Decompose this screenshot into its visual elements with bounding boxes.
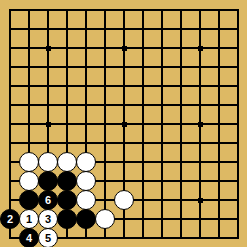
white-stone [76, 190, 96, 210]
black-stone [57, 209, 77, 229]
black-stone-move-4: 4 [19, 228, 39, 247]
black-stone [76, 209, 96, 229]
black-stone [19, 190, 39, 210]
star-point [46, 46, 51, 51]
go-board-diagram: 621345 [0, 0, 247, 247]
grid-line-vertical [218, 10, 220, 238]
white-stone-move-1: 1 [19, 209, 39, 229]
white-stone [114, 190, 134, 210]
white-stone [38, 152, 58, 172]
star-point [198, 198, 203, 203]
black-stone-move-2: 2 [0, 209, 20, 229]
white-stone [76, 171, 96, 191]
star-point [198, 46, 203, 51]
star-point [122, 122, 127, 127]
black-stone-move-6: 6 [38, 190, 58, 210]
grid-line-horizontal [10, 142, 238, 144]
grid-line-vertical [161, 10, 163, 238]
white-stone [95, 209, 115, 229]
grid-line-vertical [142, 10, 144, 238]
black-stone [57, 190, 77, 210]
black-stone [57, 171, 77, 191]
white-stone [57, 152, 77, 172]
black-stone [38, 171, 58, 191]
star-point [46, 122, 51, 127]
white-stone-move-3: 3 [38, 209, 58, 229]
grid-line-vertical [180, 10, 182, 238]
white-stone [19, 152, 39, 172]
star-point [198, 122, 203, 127]
white-stone [76, 152, 96, 172]
white-stone-move-5: 5 [38, 228, 58, 247]
star-point [122, 46, 127, 51]
white-stone [19, 171, 39, 191]
